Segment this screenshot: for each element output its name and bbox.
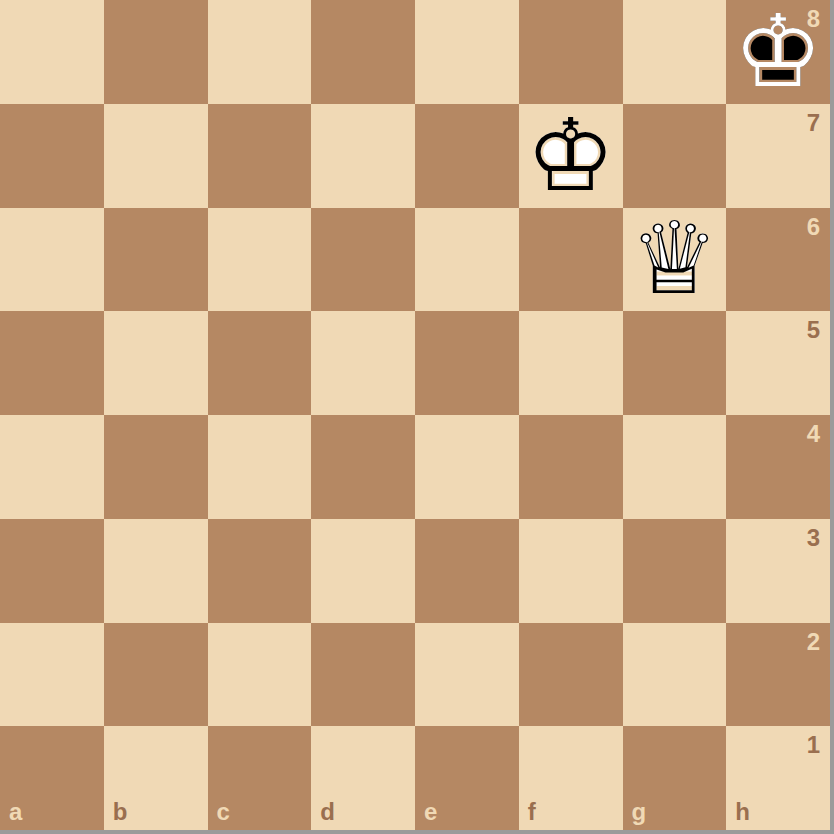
square-e1[interactable]: e [415, 726, 519, 830]
square-a8[interactable] [0, 0, 104, 104]
chess-board: 8♚♔♚♔7♛♕65432abcdefg1h [0, 0, 830, 830]
board-frame: 8♚♔♚♔7♛♕65432abcdefg1h [0, 0, 834, 834]
square-d6[interactable] [311, 208, 415, 312]
square-g1[interactable]: g [623, 726, 727, 830]
square-a4[interactable] [0, 415, 104, 519]
square-b3[interactable] [104, 519, 208, 623]
rank-label-3: 3 [807, 526, 820, 550]
square-g2[interactable] [623, 623, 727, 727]
square-e6[interactable] [415, 208, 519, 312]
square-c3[interactable] [208, 519, 312, 623]
square-f5[interactable] [519, 311, 623, 415]
square-d2[interactable] [311, 623, 415, 727]
rank-label-4: 4 [807, 422, 820, 446]
white-king-glyph-fill: ♚ [519, 104, 623, 208]
square-h3[interactable]: 3 [726, 519, 830, 623]
square-g5[interactable] [623, 311, 727, 415]
file-label-d: d [320, 800, 335, 824]
black-king-icon[interactable]: ♚♔ [726, 0, 830, 104]
rank-label-6: 6 [807, 215, 820, 239]
square-a5[interactable] [0, 311, 104, 415]
file-label-c: c [217, 800, 230, 824]
square-a6[interactable] [0, 208, 104, 312]
square-e2[interactable] [415, 623, 519, 727]
square-f6[interactable] [519, 208, 623, 312]
square-c6[interactable] [208, 208, 312, 312]
square-e3[interactable] [415, 519, 519, 623]
square-e7[interactable] [415, 104, 519, 208]
square-d7[interactable] [311, 104, 415, 208]
square-f4[interactable] [519, 415, 623, 519]
square-b1[interactable]: b [104, 726, 208, 830]
square-h4[interactable]: 4 [726, 415, 830, 519]
square-c2[interactable] [208, 623, 312, 727]
file-label-a: a [9, 800, 22, 824]
square-f2[interactable] [519, 623, 623, 727]
square-a7[interactable] [0, 104, 104, 208]
square-a2[interactable] [0, 623, 104, 727]
square-e4[interactable] [415, 415, 519, 519]
rank-label-5: 5 [807, 318, 820, 342]
square-b8[interactable] [104, 0, 208, 104]
file-label-b: b [113, 800, 128, 824]
square-c7[interactable] [208, 104, 312, 208]
rank-label-7: 7 [807, 111, 820, 135]
square-c8[interactable] [208, 0, 312, 104]
square-h8[interactable]: 8♚♔ [726, 0, 830, 104]
white-king-glyph-outline: ♔ [519, 104, 623, 208]
square-c5[interactable] [208, 311, 312, 415]
square-e5[interactable] [415, 311, 519, 415]
square-a1[interactable]: a [0, 726, 104, 830]
file-label-g: g [632, 800, 647, 824]
square-h2[interactable]: 2 [726, 623, 830, 727]
white-queen-glyph-fill: ♛ [623, 208, 727, 312]
square-b2[interactable] [104, 623, 208, 727]
square-b4[interactable] [104, 415, 208, 519]
square-c1[interactable]: c [208, 726, 312, 830]
square-h5[interactable]: 5 [726, 311, 830, 415]
square-d4[interactable] [311, 415, 415, 519]
square-c4[interactable] [208, 415, 312, 519]
file-label-f: f [528, 800, 536, 824]
square-b5[interactable] [104, 311, 208, 415]
rank-label-2: 2 [807, 630, 820, 654]
white-king-icon[interactable]: ♚♔ [519, 104, 623, 208]
file-label-e: e [424, 800, 437, 824]
square-g4[interactable] [623, 415, 727, 519]
square-a3[interactable] [0, 519, 104, 623]
square-g8[interactable] [623, 0, 727, 104]
black-king-glyph-fill: ♚ [726, 0, 830, 104]
square-d1[interactable]: d [311, 726, 415, 830]
square-b6[interactable] [104, 208, 208, 312]
square-d3[interactable] [311, 519, 415, 623]
square-e8[interactable] [415, 0, 519, 104]
white-queen-icon[interactable]: ♛♕ [623, 208, 727, 312]
square-f8[interactable] [519, 0, 623, 104]
square-g3[interactable] [623, 519, 727, 623]
square-f7[interactable]: ♚♔ [519, 104, 623, 208]
square-f3[interactable] [519, 519, 623, 623]
rank-label-1: 1 [807, 733, 820, 757]
file-label-h: h [735, 800, 750, 824]
square-d8[interactable] [311, 0, 415, 104]
white-queen-glyph-outline: ♕ [623, 208, 727, 312]
square-h6[interactable]: 6 [726, 208, 830, 312]
square-h7[interactable]: 7 [726, 104, 830, 208]
square-g7[interactable] [623, 104, 727, 208]
square-g6[interactable]: ♛♕ [623, 208, 727, 312]
square-d5[interactable] [311, 311, 415, 415]
black-king-glyph-outline: ♔ [726, 0, 830, 104]
square-b7[interactable] [104, 104, 208, 208]
square-h1[interactable]: 1h [726, 726, 830, 830]
square-f1[interactable]: f [519, 726, 623, 830]
